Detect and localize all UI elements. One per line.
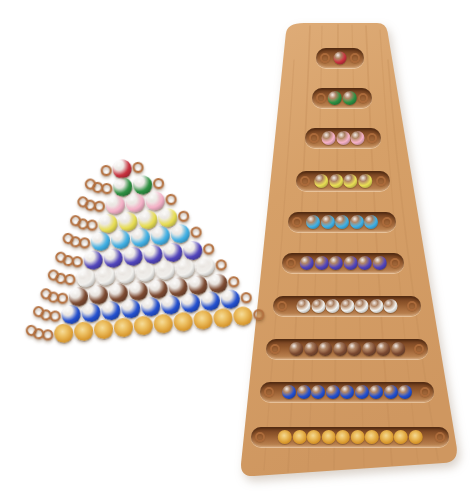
copper-wire-hook [286,258,296,268]
copper-wire-hook [190,226,202,238]
bead-gold [232,305,253,326]
bead-gold [379,430,393,444]
bead-light-blue [321,215,335,229]
bead-pink [336,131,350,145]
bead-dark-blue [340,385,354,399]
pyramid-levels [3,149,258,383]
bead-dark-blue [311,385,325,399]
bead-white [297,299,311,313]
copper-wire-hook [407,301,417,311]
copper-wire-hook [309,133,319,143]
bead-purple [329,256,343,270]
bead-pyramid [14,160,250,372]
bead-brown [318,342,332,356]
copper-wire-hook [165,194,177,206]
bead-bar-9 [282,385,412,399]
board-slot-5 [288,212,396,232]
copper-wire-hook [152,177,164,189]
bead-gold [113,317,134,338]
copper-wire-hook [320,53,330,63]
copper-wire-hook [358,93,368,103]
bead-bar-4 [314,174,372,188]
bead-brown [362,342,376,356]
copper-wire-hook [202,243,214,255]
bead-pink [322,131,336,145]
bead-brown [347,342,361,356]
copper-wire-hook [264,387,274,397]
bead-white [311,299,325,313]
copper-wire-hook [255,432,265,442]
copper-wire-hook [367,133,377,143]
bead-yellow [343,174,357,188]
bead-gold [192,309,213,330]
bead-gold [365,430,379,444]
bead-bar-2 [328,91,357,105]
bead-gold [307,430,321,444]
board-slot-8 [266,339,428,359]
bead-bar-8 [289,342,405,356]
bead-yellow [329,174,343,188]
copper-wire-hook [277,301,287,311]
bead-bar-10 [278,430,423,444]
bead-bar-6 [300,256,387,270]
copper-wire-hook [177,210,189,222]
copper-wire-hook [382,217,392,227]
copper-wire-hook [252,308,264,320]
bead-gold [350,430,364,444]
bead-gold [172,311,193,332]
bead-green [342,91,356,105]
bead-dark-blue [355,385,369,399]
bead-gold [132,315,153,336]
bead-purple [343,256,357,270]
bead-yellow [314,174,328,188]
bead-bar-5 [306,215,378,229]
board-slot-1 [316,48,364,68]
bead-brown [333,342,347,356]
copper-wire-hook [292,217,302,227]
bead-purple [358,256,372,270]
bead-bar-3 [322,131,365,145]
bead-dark-blue [297,385,311,399]
bead-bar-7 [297,299,398,313]
bead-bar-1 [334,52,347,65]
bead-green [328,91,342,105]
bead-purple [372,256,386,270]
board-slot-10 [251,427,449,447]
copper-wire-hook [132,162,144,174]
copper-wire-hook [215,259,227,271]
bead-gold [73,321,94,342]
bead-dark-blue [326,385,340,399]
bead-dark-blue [282,385,296,399]
product-photo-montessori-bead-stair [0,0,473,500]
copper-wire-hook [300,176,310,186]
copper-wire-hook [420,387,430,397]
copper-wire-hook [350,53,360,63]
bead-red [334,52,347,65]
copper-wire-hook [316,93,326,103]
bead-gold [212,307,233,328]
bead-white [340,299,354,313]
board-slot-7 [273,296,421,316]
board-slot-2 [312,88,372,108]
bead-pink [351,131,365,145]
bead-white [384,299,398,313]
bead-brown [376,342,390,356]
bead-gold [93,319,114,340]
bead-gold [292,430,306,444]
copper-wire-hook [100,165,112,177]
bead-light-blue [306,215,320,229]
board-slot-9 [260,382,434,402]
bead-gold [336,430,350,444]
copper-wire-hook [227,276,239,288]
bead-gold [152,313,173,334]
bead-gold [278,430,292,444]
bead-white [355,299,369,313]
bead-gold [408,430,422,444]
copper-wire-hook [240,292,252,304]
board-slot-6 [282,253,404,273]
bead-light-blue [335,215,349,229]
bead-brown [391,342,405,356]
bead-brown [304,342,318,356]
bead-light-blue [364,215,378,229]
bead-white [326,299,340,313]
bead-dark-blue [398,385,412,399]
bead-gold [321,430,335,444]
bead-gold [53,323,74,344]
copper-wire-hook [376,176,386,186]
board-slot-4 [296,171,390,191]
copper-wire-hook [270,344,280,354]
bead-brown [289,342,303,356]
bead-purple [314,256,328,270]
board-slot-3 [305,128,381,148]
bead-yellow [358,174,372,188]
bead-dark-blue [384,385,398,399]
bead-white [369,299,383,313]
bead-gold [394,430,408,444]
bead-light-blue [350,215,364,229]
copper-wire-hook [435,432,445,442]
copper-wire-hook [390,258,400,268]
copper-wire-hook [414,344,424,354]
bead-dark-blue [369,385,383,399]
bead-purple [300,256,314,270]
